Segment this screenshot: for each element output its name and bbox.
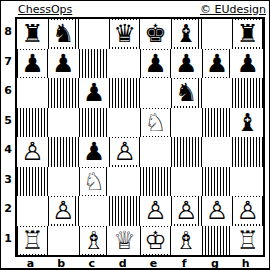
square-b2[interactable]: ♙: [48, 196, 79, 226]
square-d5[interactable]: [109, 108, 140, 138]
piece-black-king[interactable]: ♚: [143, 20, 167, 47]
file-labels: abcdefgh: [15, 258, 261, 269]
square-b8[interactable]: ♞: [48, 19, 79, 49]
piece-white-pawn[interactable]: ♙: [20, 138, 44, 165]
square-b6[interactable]: [48, 78, 79, 108]
rank-label-5: 5: [2, 106, 14, 136]
square-e6[interactable]: [140, 78, 171, 108]
square-f1[interactable]: ♗: [171, 226, 202, 256]
rank-label-1: 1: [2, 224, 14, 254]
app-title: ChessOps: [18, 3, 72, 16]
file-label-h: h: [230, 258, 261, 269]
rank-label-4: 4: [2, 135, 14, 165]
square-f7[interactable]: ♟: [171, 49, 202, 79]
rank-label-8: 8: [2, 17, 14, 47]
piece-black-pawn[interactable]: ♟: [82, 138, 106, 165]
square-d3[interactable]: [109, 167, 140, 197]
square-g5[interactable]: [202, 108, 233, 138]
square-f4[interactable]: [171, 137, 202, 167]
square-e4[interactable]: [140, 137, 171, 167]
square-d4[interactable]: ♙: [109, 137, 140, 167]
square-c2[interactable]: [79, 196, 110, 226]
square-c5[interactable]: [79, 108, 110, 138]
square-e8[interactable]: ♚: [140, 19, 171, 49]
file-label-g: g: [200, 258, 231, 269]
file-label-d: d: [107, 258, 138, 269]
square-g3[interactable]: [202, 167, 233, 197]
square-c1[interactable]: ♗: [79, 226, 110, 256]
rank-label-7: 7: [2, 47, 14, 77]
square-f8[interactable]: ♝: [171, 19, 202, 49]
square-g6[interactable]: [202, 78, 233, 108]
piece-white-king[interactable]: ♔: [143, 227, 167, 254]
square-f2[interactable]: ♙: [171, 196, 202, 226]
piece-white-bishop[interactable]: ♗: [82, 227, 106, 254]
rank-labels: 87654321: [2, 17, 14, 253]
square-d6[interactable]: [109, 78, 140, 108]
piece-black-pawn[interactable]: ♟: [143, 50, 167, 77]
piece-white-pawn[interactable]: ♙: [112, 138, 136, 165]
square-a3[interactable]: [17, 167, 48, 197]
file-label-b: b: [46, 258, 77, 269]
piece-white-pawn[interactable]: ♙: [143, 197, 167, 224]
square-a5[interactable]: [17, 108, 48, 138]
square-h6[interactable]: [232, 78, 263, 108]
piece-black-pawn[interactable]: ♟: [51, 50, 75, 77]
square-h1[interactable]: ♖: [232, 226, 263, 256]
square-a7[interactable]: ♟: [17, 49, 48, 79]
square-c8[interactable]: [79, 19, 110, 49]
square-e5[interactable]: ♘: [140, 108, 171, 138]
rank-label-3: 3: [2, 165, 14, 195]
square-e7[interactable]: ♟: [140, 49, 171, 79]
square-d1[interactable]: ♕: [109, 226, 140, 256]
file-label-a: a: [15, 258, 46, 269]
file-label-f: f: [169, 258, 200, 269]
square-c3[interactable]: ♘: [79, 167, 110, 197]
chessops-window: ChessOps © EUdesign 87654321 ♜♞♛♚♝♜♟♟♟♟♟…: [0, 0, 270, 270]
piece-black-rook[interactable]: ♜: [20, 20, 44, 47]
square-e2[interactable]: ♙: [140, 196, 171, 226]
square-f6[interactable]: ♞: [171, 78, 202, 108]
square-f3[interactable]: [171, 167, 202, 197]
title-bar: ChessOps © EUdesign: [1, 2, 269, 16]
piece-white-knight[interactable]: ♘: [82, 168, 106, 195]
piece-white-rook[interactable]: ♖: [20, 227, 44, 254]
piece-white-pawn[interactable]: ♙: [174, 197, 198, 224]
piece-black-bishop[interactable]: ♝: [174, 20, 198, 47]
piece-white-pawn[interactable]: ♙: [51, 197, 75, 224]
square-h3[interactable]: [232, 167, 263, 197]
piece-white-pawn[interactable]: ♙: [235, 197, 259, 224]
square-c4[interactable]: ♟: [79, 137, 110, 167]
piece-white-knight[interactable]: ♘: [143, 109, 167, 136]
square-g7[interactable]: ♟: [202, 49, 233, 79]
piece-white-queen[interactable]: ♕: [112, 227, 136, 254]
square-c6[interactable]: ♟: [79, 78, 110, 108]
piece-black-knight[interactable]: ♞: [174, 79, 198, 106]
chess-board: ♜♞♛♚♝♜♟♟♟♟♟♟♟♞♘♝♙♟♙♘♙♙♙♙♙♖♗♕♔♗♖: [15, 17, 265, 257]
square-a6[interactable]: [17, 78, 48, 108]
square-g4[interactable]: [202, 137, 233, 167]
piece-black-bishop[interactable]: ♝: [235, 109, 259, 136]
square-g8[interactable]: [202, 19, 233, 49]
piece-black-rook[interactable]: ♜: [235, 20, 259, 47]
piece-black-pawn[interactable]: ♟: [174, 50, 198, 77]
square-b5[interactable]: [48, 108, 79, 138]
square-b7[interactable]: ♟: [48, 49, 79, 79]
square-a1[interactable]: ♖: [17, 226, 48, 256]
piece-white-rook[interactable]: ♖: [235, 227, 259, 254]
square-b4[interactable]: [48, 137, 79, 167]
piece-black-pawn[interactable]: ♟: [82, 79, 106, 106]
square-c7[interactable]: [79, 49, 110, 79]
square-f5[interactable]: [171, 108, 202, 138]
square-a4[interactable]: ♙: [17, 137, 48, 167]
square-b1[interactable]: [48, 226, 79, 256]
square-a8[interactable]: ♜: [17, 19, 48, 49]
piece-black-pawn[interactable]: ♟: [205, 50, 229, 77]
square-h7[interactable]: ♟: [232, 49, 263, 79]
piece-black-queen[interactable]: ♛: [112, 20, 136, 47]
square-e1[interactable]: ♔: [140, 226, 171, 256]
square-g1[interactable]: [202, 226, 233, 256]
square-g2[interactable]: ♙: [202, 196, 233, 226]
square-h5[interactable]: ♝: [232, 108, 263, 138]
square-e3[interactable]: [140, 167, 171, 197]
piece-black-pawn[interactable]: ♟: [20, 50, 44, 77]
square-h8[interactable]: ♜: [232, 19, 263, 49]
square-h2[interactable]: ♙: [232, 196, 263, 226]
piece-white-pawn[interactable]: ♙: [205, 197, 229, 224]
file-label-e: e: [138, 258, 169, 269]
square-a2[interactable]: [17, 196, 48, 226]
square-h4[interactable]: [232, 137, 263, 167]
rank-label-2: 2: [2, 194, 14, 224]
square-d8[interactable]: ♛: [109, 19, 140, 49]
square-b3[interactable]: [48, 167, 79, 197]
piece-black-knight[interactable]: ♞: [51, 20, 75, 47]
piece-black-pawn[interactable]: ♟: [235, 50, 259, 77]
credit-label: © EUdesign: [200, 3, 266, 16]
piece-white-bishop[interactable]: ♗: [174, 227, 198, 254]
file-label-c: c: [77, 258, 108, 269]
square-d2[interactable]: [109, 196, 140, 226]
square-d7[interactable]: [109, 49, 140, 79]
rank-label-6: 6: [2, 76, 14, 106]
